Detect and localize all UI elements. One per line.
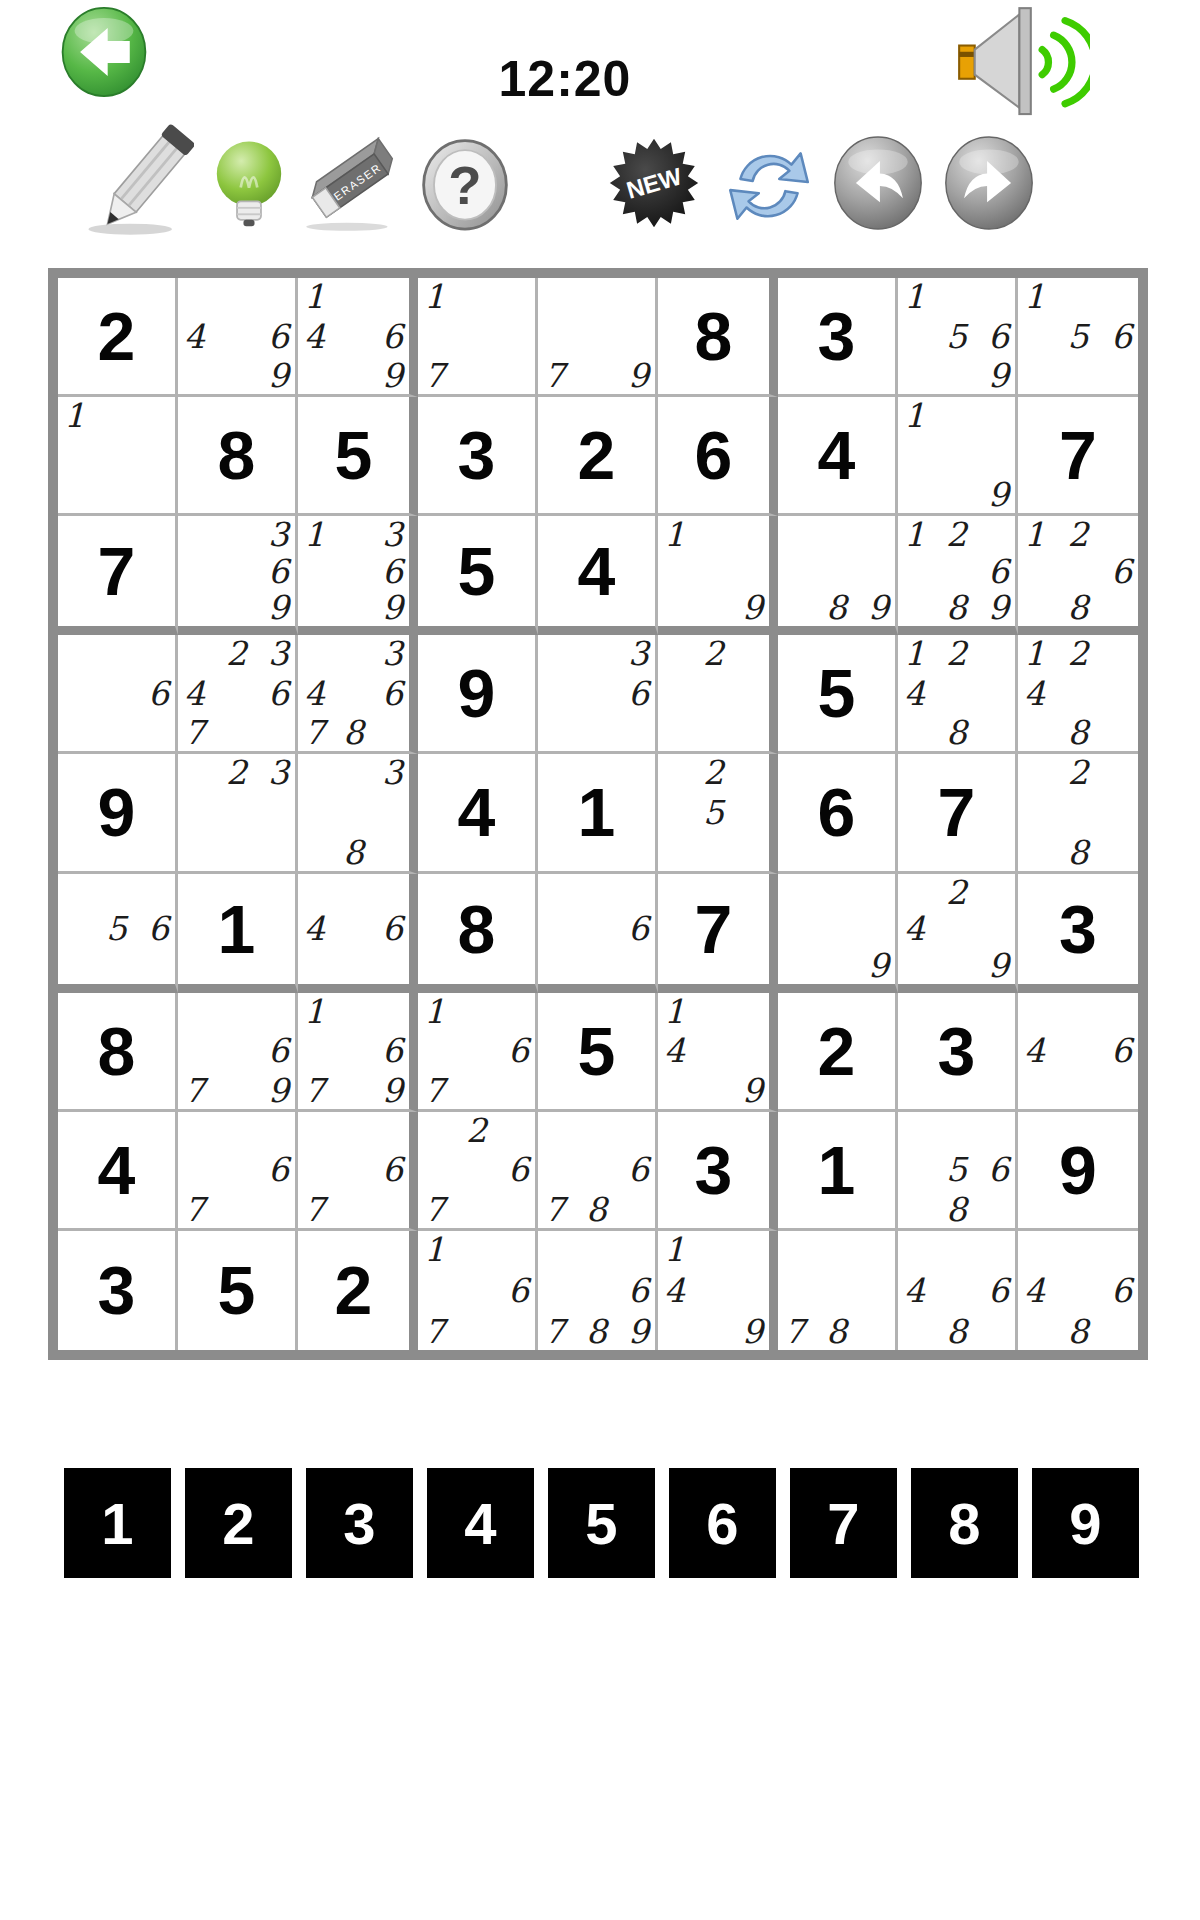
numpad-key-3[interactable]: 3: [306, 1468, 413, 1578]
cell-r5c9[interactable]: 28: [1018, 754, 1138, 873]
pencil-mark: 2: [459, 1114, 494, 1151]
lightbulb-icon: [203, 124, 295, 242]
pencil-mark: 3: [370, 637, 403, 674]
pencil-mark: 4: [904, 911, 939, 946]
pencil-mark: 1: [304, 518, 337, 553]
sudoku-board: 2469146917798315691561853264197736913695…: [48, 268, 1148, 1360]
cell-r6c2[interactable]: 1: [178, 874, 298, 993]
cell-r6c3[interactable]: 46: [298, 874, 418, 993]
pencil-mark: 6: [614, 1151, 649, 1188]
sudoku-app-screen: 12:20: [0, 0, 1200, 1920]
pencil-marks: 149: [664, 1233, 763, 1348]
pencil-mark: 8: [819, 589, 854, 624]
cell-r3c2[interactable]: 369: [178, 516, 298, 635]
pencil-mark: 6: [1096, 554, 1132, 589]
pencil-marks: 36: [544, 637, 649, 749]
numpad-key-6[interactable]: 6: [669, 1468, 776, 1578]
new-badge-icon: NEW: [606, 124, 702, 242]
cell-r6c6[interactable]: 7: [658, 874, 778, 993]
cell-r8c7[interactable]: 1: [778, 1112, 898, 1231]
cell-r2c1[interactable]: 1: [58, 397, 178, 516]
cell-r8c1[interactable]: 4: [58, 1112, 178, 1231]
pencil-mark: 9: [854, 589, 889, 624]
cell-r7c1[interactable]: 8: [58, 993, 178, 1112]
pencil-mark: 6: [370, 554, 403, 589]
cell-r8c5[interactable]: 678: [538, 1112, 658, 1231]
cell-r1c2[interactable]: 469: [178, 278, 298, 397]
pencil-mark: 9: [974, 946, 1009, 981]
cell-r9c2[interactable]: 5: [178, 1231, 298, 1350]
cell-r2c8[interactable]: 19: [898, 397, 1018, 516]
cell-r4c3[interactable]: 34678: [298, 635, 418, 754]
cell-r3c7[interactable]: 89: [778, 516, 898, 635]
placed-digit: 8: [418, 874, 535, 984]
cell-r2c2[interactable]: 8: [178, 397, 298, 516]
pencil-icon: [84, 124, 194, 242]
cell-r6c9[interactable]: 3: [1018, 874, 1138, 993]
cell-r4c7[interactable]: 5: [778, 635, 898, 754]
pencil-mark: 9: [730, 1310, 763, 1348]
pencil-mark: 5: [99, 911, 134, 946]
pencil-mark: 4: [664, 1271, 697, 1309]
cell-r7c2[interactable]: 679: [178, 993, 298, 1112]
placed-digit: 4: [58, 1112, 175, 1228]
pencil-marks: 1569: [904, 280, 1009, 392]
pencil-mark: 1: [64, 399, 99, 436]
cell-r3c1[interactable]: 7: [58, 516, 178, 635]
cell-r2c9[interactable]: 7: [1018, 397, 1138, 516]
cell-r5c1[interactable]: 9: [58, 754, 178, 873]
cell-r3c6[interactable]: 19: [658, 516, 778, 635]
cell-r3c9[interactable]: 1268: [1018, 516, 1138, 635]
pencil-mark: 1: [304, 995, 337, 1032]
pencil-mark: 7: [784, 1310, 819, 1348]
pencil-marks: 46: [1024, 995, 1132, 1107]
pencil-mark: 6: [974, 317, 1009, 354]
cell-r1c7[interactable]: 3: [778, 278, 898, 397]
pencil-mark: 8: [1060, 589, 1096, 624]
cell-r4c4[interactable]: 9: [418, 635, 538, 754]
cell-r5c7[interactable]: 6: [778, 754, 898, 873]
placed-digit: 3: [898, 993, 1015, 1109]
numpad-key-5[interactable]: 5: [548, 1468, 655, 1578]
pencil-mark: 7: [544, 1189, 579, 1226]
pencil-marks: 67: [184, 1114, 289, 1226]
cell-r8c6[interactable]: 3: [658, 1112, 778, 1231]
pencil-marks: 468: [1024, 1233, 1132, 1348]
placed-digit: 2: [778, 993, 895, 1109]
cell-r2c6[interactable]: 6: [658, 397, 778, 516]
cell-r1c1[interactable]: 2: [58, 278, 178, 397]
pencil-marks: 568: [904, 1114, 1009, 1226]
placed-digit: 4: [418, 754, 535, 870]
pencil-marks: 12689: [904, 518, 1009, 624]
pencil-mark: 9: [614, 1310, 649, 1348]
pencil-mark: 6: [254, 554, 289, 589]
pencil-mark: 4: [904, 1271, 939, 1309]
pencil-mark: 9: [730, 589, 763, 624]
cell-r5c5[interactable]: 1: [538, 754, 658, 873]
pencil-mark: 8: [1060, 712, 1096, 749]
pencil-mark: 6: [370, 1151, 403, 1188]
cell-r7c3[interactable]: 1679: [298, 993, 418, 1112]
pencil-marks: 149: [664, 995, 763, 1107]
pencil-mark: 1: [1024, 280, 1060, 317]
pencil-mark: 1: [904, 637, 939, 674]
pencil-mark: 6: [1096, 1032, 1132, 1069]
cell-r4c9[interactable]: 1248: [1018, 635, 1138, 754]
pencil-mode-button[interactable]: [84, 124, 194, 242]
cell-r8c8[interactable]: 568: [898, 1112, 1018, 1231]
pencil-marks: 56: [64, 876, 169, 982]
restart-button[interactable]: [718, 124, 820, 242]
pencil-marks: 67: [304, 1114, 403, 1226]
pencil-mark: 4: [1024, 1032, 1060, 1069]
pencil-mark: 6: [614, 1271, 649, 1309]
pencil-marks: 23467: [184, 637, 289, 749]
pencil-mark: 2: [1060, 756, 1096, 793]
numpad-key-9[interactable]: 9: [1032, 1468, 1139, 1578]
pencil-mark: 1: [1024, 518, 1060, 553]
pencil-mark: 6: [370, 317, 403, 354]
pencil-mark: 4: [904, 675, 939, 712]
pencil-marks: 79: [544, 280, 649, 392]
cell-r9c7[interactable]: 78: [778, 1231, 898, 1350]
redo-arrow-icon: [941, 124, 1037, 242]
pencil-mark: 7: [184, 1069, 219, 1106]
pencil-mark: 1: [664, 518, 697, 553]
cell-r3c8[interactable]: 12689: [898, 516, 1018, 635]
cell-r9c8[interactable]: 468: [898, 1231, 1018, 1350]
cell-r6c5[interactable]: 6: [538, 874, 658, 993]
pencil-mark: 3: [370, 756, 403, 793]
numpad-key-8[interactable]: 8: [911, 1468, 1018, 1578]
pencil-mark: 1: [904, 399, 939, 436]
placed-digit: 7: [658, 874, 769, 984]
cell-r9c5[interactable]: 6789: [538, 1231, 658, 1350]
placed-digit: 2: [298, 1231, 409, 1350]
cell-r6c4[interactable]: 8: [418, 874, 538, 993]
numpad-key-1[interactable]: 1: [64, 1468, 171, 1578]
pencil-mark: 9: [614, 355, 649, 392]
numpad-key-2[interactable]: 2: [185, 1468, 292, 1578]
cell-r7c6[interactable]: 149: [658, 993, 778, 1112]
pencil-mark: 7: [424, 1069, 459, 1106]
pencil-mark: 6: [370, 1032, 403, 1069]
placed-digit: 9: [418, 635, 535, 751]
pencil-mark: 2: [219, 756, 254, 793]
pencil-mark: 6: [494, 1032, 529, 1069]
pencil-mark: 5: [939, 317, 974, 354]
pencil-marks: 1268: [1024, 518, 1132, 624]
pencil-mark: 4: [304, 911, 337, 946]
cell-r5c2[interactable]: 23: [178, 754, 298, 873]
pencil-mark: 1: [304, 280, 337, 317]
pencil-mark: 2: [1060, 637, 1096, 674]
pencil-mark: 7: [424, 1310, 459, 1348]
pencil-mark: 9: [974, 589, 1009, 624]
cell-r7c7[interactable]: 2: [778, 993, 898, 1112]
pencil-mark: 8: [579, 1189, 614, 1226]
pencil-mark: 6: [254, 1151, 289, 1188]
eraser-button[interactable]: ERASER: [296, 124, 408, 242]
pencil-mark: 7: [544, 1310, 579, 1348]
cell-r1c9[interactable]: 156: [1018, 278, 1138, 397]
pencil-mark: 5: [939, 1151, 974, 1188]
pencil-marks: 9: [784, 876, 889, 982]
refresh-icon: [718, 124, 820, 242]
pencil-mark: 6: [370, 911, 403, 946]
pencil-marks: 34678: [304, 637, 403, 749]
pencil-marks: 1369: [304, 518, 403, 624]
cell-r7c8[interactable]: 3: [898, 993, 1018, 1112]
pencil-mark: 6: [974, 1151, 1009, 1188]
pencil-mark: 4: [304, 317, 337, 354]
pencil-marks: 46: [304, 876, 403, 982]
question-glyph: ?: [448, 155, 481, 216]
cell-r5c4[interactable]: 4: [418, 754, 538, 873]
cell-r5c6[interactable]: 25: [658, 754, 778, 873]
placed-digit: 5: [418, 516, 535, 626]
cell-r7c4[interactable]: 167: [418, 993, 538, 1112]
cell-r7c5[interactable]: 5: [538, 993, 658, 1112]
pencil-mark: 2: [697, 637, 730, 674]
placed-digit: 1: [538, 754, 655, 870]
cell-r2c4[interactable]: 3: [418, 397, 538, 516]
pencil-mark: 6: [974, 1271, 1009, 1309]
pencil-mark: 7: [424, 355, 459, 392]
cell-r1c4[interactable]: 17: [418, 278, 538, 397]
placed-digit: 6: [658, 397, 769, 513]
pencil-mark: 6: [254, 317, 289, 354]
pencil-mark: 3: [254, 518, 289, 553]
pencil-mark: 8: [939, 1189, 974, 1226]
placed-digit: 9: [58, 754, 175, 870]
cell-r6c1[interactable]: 56: [58, 874, 178, 993]
pencil-mark: 1: [904, 280, 939, 317]
cell-r8c9[interactable]: 9: [1018, 1112, 1138, 1231]
placed-digit: 6: [778, 754, 895, 870]
pencil-mark: 9: [974, 355, 1009, 392]
pencil-mark: 2: [1060, 518, 1096, 553]
pencil-mark: 3: [614, 637, 649, 674]
pencil-mark: 7: [304, 712, 337, 749]
placed-digit: 4: [538, 516, 655, 626]
pencil-mark: 6: [370, 675, 403, 712]
pencil-mark: 6: [134, 911, 169, 946]
pencil-mark: 3: [254, 637, 289, 674]
placed-digit: 5: [178, 1231, 295, 1350]
pencil-mark: 9: [854, 946, 889, 981]
cell-r1c6[interactable]: 8: [658, 278, 778, 397]
pencil-mark: 1: [904, 518, 939, 553]
cell-r5c3[interactable]: 38: [298, 754, 418, 873]
cell-r9c3[interactable]: 2: [298, 1231, 418, 1350]
pencil-marks: 1248: [904, 637, 1009, 749]
cell-r6c7[interactable]: 9: [778, 874, 898, 993]
pencil-mark: 6: [134, 675, 169, 712]
hint-button[interactable]: [203, 124, 295, 242]
placed-digit: 5: [538, 993, 655, 1109]
pencil-mark: 4: [664, 1032, 697, 1069]
pencil-mark: 3: [254, 756, 289, 793]
pencil-marks: 167: [424, 995, 529, 1107]
cell-r4c6[interactable]: 2: [658, 635, 778, 754]
cell-r9c1[interactable]: 3: [58, 1231, 178, 1350]
pencil-mark: 2: [939, 876, 974, 911]
pencil-marks: 468: [904, 1233, 1009, 1348]
placed-digit: 3: [1018, 874, 1138, 984]
pencil-mark: 8: [1060, 1310, 1096, 1348]
pencil-mark: 9: [254, 1069, 289, 1106]
pencil-mark: 4: [1024, 1271, 1060, 1309]
cell-r2c7[interactable]: 4: [778, 397, 898, 516]
pencil-marks: 156: [1024, 280, 1132, 392]
cell-r2c3[interactable]: 5: [298, 397, 418, 516]
help-button[interactable]: ?: [418, 124, 512, 242]
numpad-key-4[interactable]: 4: [427, 1468, 534, 1578]
speaker-icon: [955, 4, 1090, 118]
cell-r3c5[interactable]: 4: [538, 516, 658, 635]
pencil-mark: 6: [1096, 1271, 1132, 1309]
pencil-marks: 267: [424, 1114, 529, 1226]
placed-digit: 9: [1018, 1112, 1138, 1228]
pencil-marks: 28: [1024, 756, 1132, 868]
eraser-icon: ERASER: [296, 124, 408, 242]
placed-digit: 8: [178, 397, 295, 513]
pencil-mark: 2: [939, 518, 974, 553]
pencil-mark: 8: [939, 1310, 974, 1348]
cell-r2c5[interactable]: 2: [538, 397, 658, 516]
pencil-marks: 25: [664, 756, 763, 868]
cell-r1c3[interactable]: 1469: [298, 278, 418, 397]
pencil-mark: 6: [614, 911, 649, 946]
placed-digit: 8: [58, 993, 175, 1109]
redo-button[interactable]: [941, 124, 1037, 242]
pencil-marks: 19: [904, 399, 1009, 511]
pencil-mark: 4: [184, 675, 219, 712]
pencil-mark: 2: [939, 637, 974, 674]
pencil-marks: 6: [64, 637, 169, 749]
pencil-mark: 8: [579, 1310, 614, 1348]
pencil-mark: 6: [254, 675, 289, 712]
pencil-marks: 249: [904, 876, 1009, 982]
pencil-marks: 1469: [304, 280, 403, 392]
pencil-marks: 167: [424, 1233, 529, 1348]
cell-r7c9[interactable]: 46: [1018, 993, 1138, 1112]
pencil-mark: 1: [424, 1233, 459, 1271]
pencil-mark: 4: [304, 675, 337, 712]
placed-digit: 3: [58, 1231, 175, 1350]
cell-r4c5[interactable]: 36: [538, 635, 658, 754]
pencil-mark: 7: [424, 1189, 459, 1226]
pencil-mark: 1: [1024, 637, 1060, 674]
undo-arrow-icon: [830, 124, 926, 242]
pencil-mark: 8: [819, 1310, 854, 1348]
question-mark-icon: ?: [418, 124, 512, 242]
pencil-mark: 7: [544, 355, 579, 392]
cell-r1c8[interactable]: 1569: [898, 278, 1018, 397]
cell-r9c4[interactable]: 167: [418, 1231, 538, 1350]
cell-r4c2[interactable]: 23467: [178, 635, 298, 754]
placed-digit: 2: [538, 397, 655, 513]
placed-digit: 5: [298, 397, 409, 513]
pencil-mark: 1: [424, 280, 459, 317]
number-pad: 123456789: [64, 1468, 1139, 1578]
placed-digit: 3: [778, 278, 895, 394]
pencil-mark: 8: [337, 831, 370, 868]
pencil-marks: 19: [664, 518, 763, 624]
cell-r4c8[interactable]: 1248: [898, 635, 1018, 754]
undo-button[interactable]: [830, 124, 926, 242]
pencil-mark: 6: [1096, 317, 1132, 354]
cell-r8c2[interactable]: 67: [178, 1112, 298, 1231]
pencil-mark: 7: [304, 1069, 337, 1106]
cell-r4c1[interactable]: 6: [58, 635, 178, 754]
placed-digit: 7: [898, 754, 1015, 870]
pencil-mark: 6: [614, 675, 649, 712]
pencil-marks: 369: [184, 518, 289, 624]
pencil-mark: 6: [494, 1271, 529, 1309]
cell-r5c8[interactable]: 7: [898, 754, 1018, 873]
pencil-mark: 2: [697, 756, 730, 793]
cell-r8c4[interactable]: 267: [418, 1112, 538, 1231]
pencil-mark: 6: [974, 554, 1009, 589]
cell-r9c9[interactable]: 468: [1018, 1231, 1138, 1350]
pencil-mark: 6: [254, 1032, 289, 1069]
placed-digit: 4: [778, 397, 895, 513]
pencil-marks: 1679: [304, 995, 403, 1107]
pencil-mark: 1: [664, 1233, 697, 1271]
cell-r3c3[interactable]: 1369: [298, 516, 418, 635]
cell-r9c6[interactable]: 149: [658, 1231, 778, 1350]
pencil-mark: 1: [664, 995, 697, 1032]
placed-digit: 2: [58, 278, 175, 394]
pencil-mark: 2: [219, 637, 254, 674]
placed-digit: 3: [658, 1112, 769, 1228]
placed-digit: 1: [178, 874, 295, 984]
pencil-mark: 1: [424, 995, 459, 1032]
pencil-mark: 5: [697, 794, 730, 831]
cell-r6c8[interactable]: 249: [898, 874, 1018, 993]
pencil-mark: 9: [370, 355, 403, 392]
pencil-mark: 7: [184, 1189, 219, 1226]
pencil-marks: 78: [784, 1233, 889, 1348]
pencil-mark: 6: [494, 1151, 529, 1188]
cell-r1c5[interactable]: 79: [538, 278, 658, 397]
pencil-marks: 38: [304, 756, 403, 868]
pencil-mark: 9: [730, 1069, 763, 1106]
pencil-marks: 6789: [544, 1233, 649, 1348]
new-game-button[interactable]: NEW: [606, 124, 702, 242]
pencil-marks: 1248: [1024, 637, 1132, 749]
pencil-marks: 2: [664, 637, 763, 749]
sound-button[interactable]: [955, 4, 1090, 116]
placed-digit: 8: [658, 278, 769, 394]
pencil-marks: 678: [544, 1114, 649, 1226]
pencil-mark: 9: [974, 474, 1009, 511]
pencil-mark: 4: [1024, 675, 1060, 712]
placed-digit: 1: [778, 1112, 895, 1228]
pencil-marks: 679: [184, 995, 289, 1107]
placed-digit: 3: [418, 397, 535, 513]
cell-r8c3[interactable]: 67: [298, 1112, 418, 1231]
pencil-marks: 469: [184, 280, 289, 392]
pencil-mark: 8: [939, 712, 974, 749]
pencil-marks: 17: [424, 280, 529, 392]
cell-r3c4[interactable]: 5: [418, 516, 538, 635]
numpad-key-7[interactable]: 7: [790, 1468, 897, 1578]
